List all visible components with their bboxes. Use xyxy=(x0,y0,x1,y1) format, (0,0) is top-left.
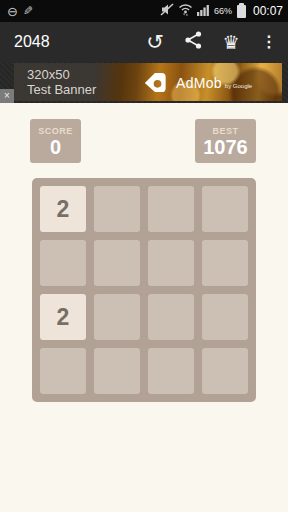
status-right-icons: 66% 00:07 xyxy=(160,2,288,20)
admob-wordmark: AdMob xyxy=(176,75,222,91)
admob-logo: AdMob by Google xyxy=(142,69,252,96)
app-bar-actions: ↺ ♛ ⋮ xyxy=(136,22,288,62)
undo-button[interactable]: ↺ xyxy=(136,22,174,62)
clock-label: 00:07 xyxy=(253,4,283,18)
ad-banner: 320x50 Test Banner AdMob by Google × xyxy=(0,62,288,103)
best-box: BEST 1076 xyxy=(195,119,256,163)
empty-cell xyxy=(202,348,248,394)
tile-2: 2 xyxy=(40,294,86,340)
admob-a-icon xyxy=(142,69,169,96)
share-icon xyxy=(185,31,202,53)
empty-cell xyxy=(202,240,248,286)
wifi-icon xyxy=(178,2,193,20)
overflow-menu-icon: ⋮ xyxy=(261,34,277,50)
score-label: SCORE xyxy=(38,126,73,136)
crown-icon: ♛ xyxy=(222,33,239,52)
empty-cell xyxy=(94,348,140,394)
signal-icon xyxy=(197,2,210,20)
ad-line1: 320x50 xyxy=(27,67,96,82)
ad-line2: Test Banner xyxy=(27,82,96,97)
overflow-menu-button[interactable]: ⋮ xyxy=(250,22,288,62)
do-not-disturb-icon: ⊖ xyxy=(7,5,18,18)
best-label: BEST xyxy=(212,126,238,136)
empty-cell xyxy=(148,240,194,286)
ad-creative[interactable]: 320x50 Test Banner AdMob by Google xyxy=(14,63,282,101)
board-grid[interactable]: 22 xyxy=(32,178,256,402)
edit-pencil-icon: ✎ xyxy=(23,5,33,17)
empty-cell xyxy=(148,186,194,232)
empty-cell xyxy=(148,348,194,394)
empty-cell xyxy=(40,240,86,286)
empty-cell xyxy=(94,186,140,232)
empty-cell xyxy=(148,294,194,340)
undo-icon: ↺ xyxy=(146,31,164,52)
empty-cell xyxy=(202,294,248,340)
ad-close-button[interactable]: × xyxy=(0,89,14,103)
tile-2: 2 xyxy=(40,186,86,232)
battery-percent-label: 66% xyxy=(214,6,232,16)
battery-icon xyxy=(237,5,246,18)
share-button[interactable] xyxy=(174,22,212,62)
leaderboard-button[interactable]: ♛ xyxy=(212,22,250,62)
empty-cell xyxy=(202,186,248,232)
ad-text: 320x50 Test Banner xyxy=(14,67,96,97)
empty-cell xyxy=(40,348,86,394)
app-bar: 2048 ↺ ♛ ⋮ xyxy=(0,22,288,62)
score-box: SCORE 0 xyxy=(30,119,81,163)
best-value: 1076 xyxy=(203,137,248,157)
empty-cell xyxy=(94,294,140,340)
status-bar: ⊖ ✎ 66% xyxy=(0,0,288,22)
app-title: 2048 xyxy=(0,33,136,51)
admob-by-google: by Google xyxy=(225,83,252,89)
empty-cell xyxy=(94,240,140,286)
mute-icon xyxy=(160,2,174,20)
status-left-icons: ⊖ ✎ xyxy=(0,5,160,18)
score-value: 0 xyxy=(50,137,61,157)
